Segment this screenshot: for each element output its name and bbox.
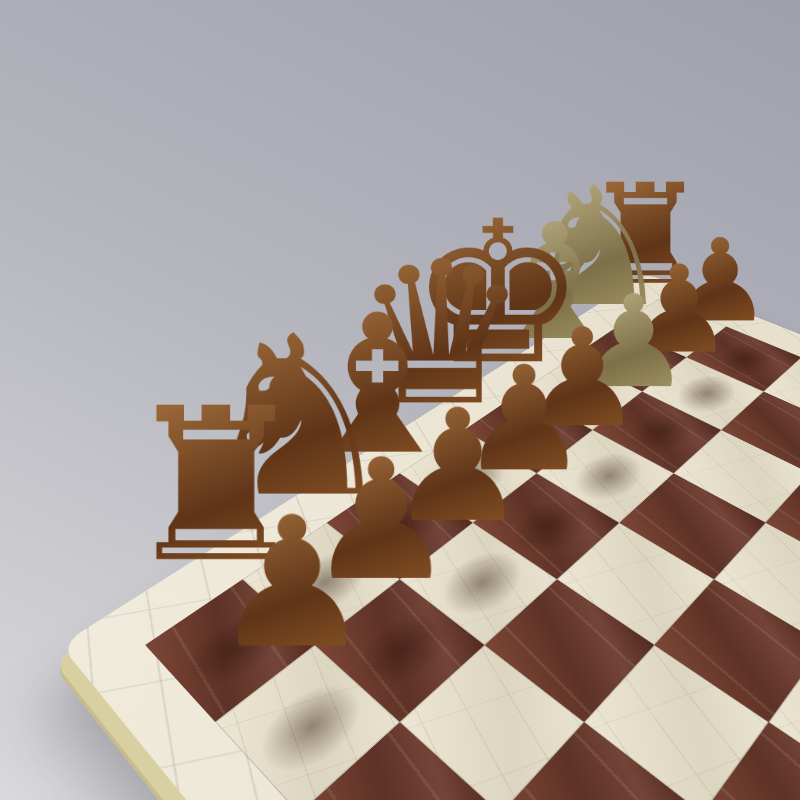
board-grid: ♜♞♝♛♚♝♞♜♟♟♟♟♟♟♟♟	[145, 299, 800, 800]
chessboard: ♜♞♝♛♚♝♞♜♟♟♟♟♟♟♟♟	[60, 274, 800, 800]
photo-scene: ♜♞♝♛♚♝♞♜♟♟♟♟♟♟♟♟	[0, 0, 800, 800]
piece-a2-pawn: ♟	[211, 493, 373, 674]
square-d5	[769, 645, 800, 800]
square-c4	[584, 645, 768, 800]
